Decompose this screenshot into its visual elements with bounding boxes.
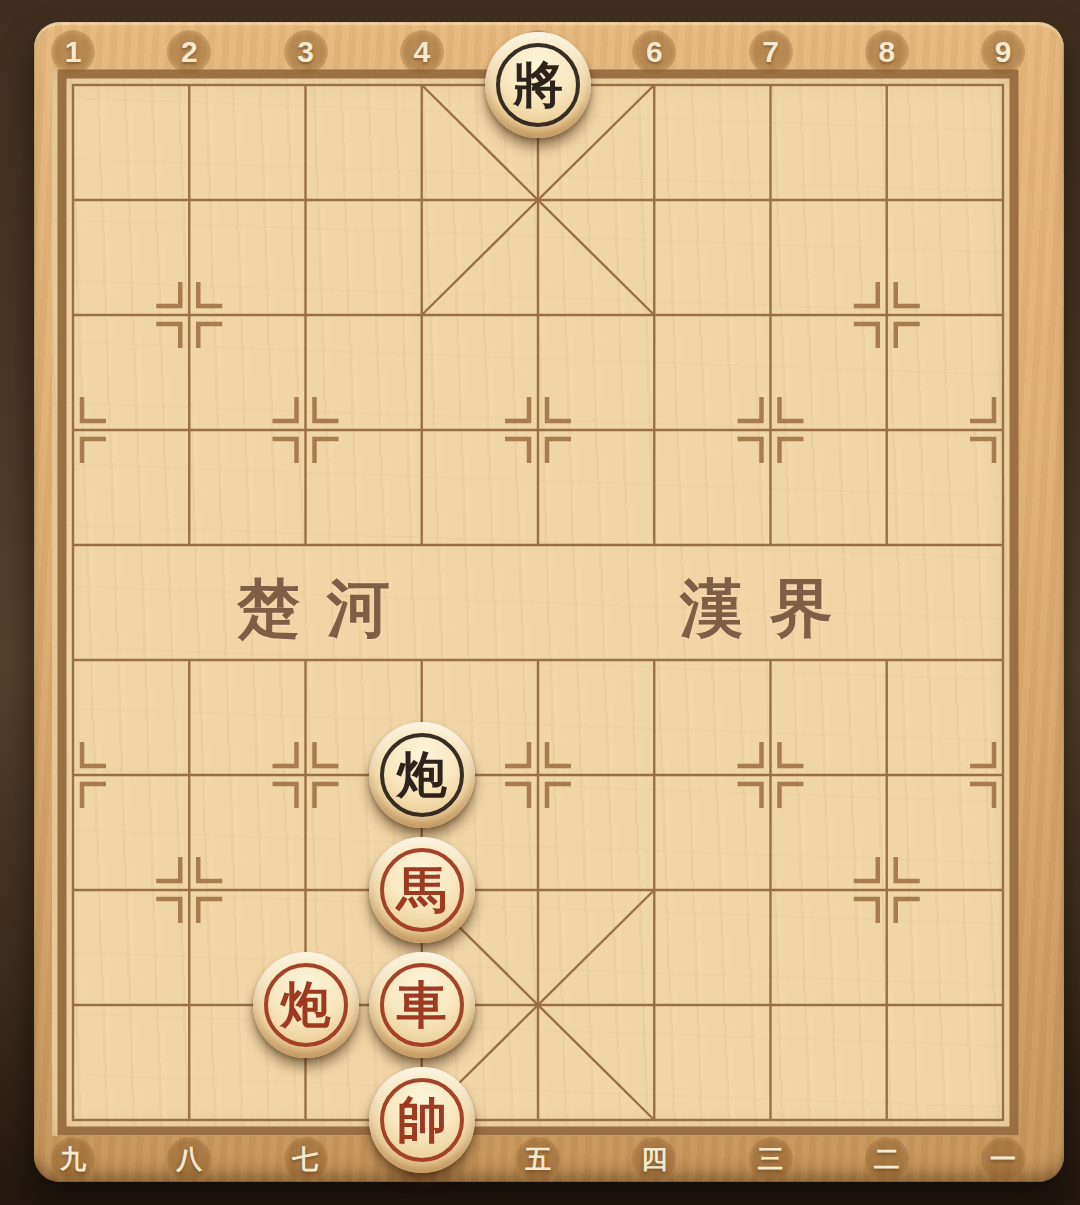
piece-black-general[interactable]: 將 [485,32,591,138]
piece-glyph: 炮 [397,750,447,800]
piece-red-cannon[interactable]: 炮 [253,952,359,1058]
piece-glyph: 帥 [397,1095,447,1145]
piece-glyph: 馬 [397,865,447,915]
piece-red-general[interactable]: 帥 [369,1067,475,1173]
piece-black-cannon[interactable]: 炮 [369,722,475,828]
piece-red-chariot[interactable]: 車 [369,952,475,1058]
piece-glyph: 將 [513,60,563,110]
xiangqi-screenshot: 楚河 漢界 123456789九八七六五四三二一 將炮馬炮車帥 [0,0,1080,1205]
piece-glyph: 車 [397,980,447,1030]
pieces-layer: 將炮馬炮車帥 [0,0,1080,1205]
piece-red-horse[interactable]: 馬 [369,837,475,943]
piece-glyph: 炮 [281,980,331,1030]
